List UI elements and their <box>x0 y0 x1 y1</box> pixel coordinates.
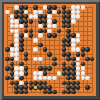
white-stone <box>38 71 43 76</box>
white-stone <box>71 19 76 24</box>
black-stone <box>24 24 29 29</box>
black-stone <box>24 5 29 10</box>
black-stone <box>71 71 76 76</box>
white-stone <box>76 14 81 19</box>
black-stone <box>76 85 81 90</box>
last-move-marker <box>34 86 36 88</box>
white-stone <box>71 5 76 10</box>
black-stone <box>5 76 10 81</box>
white-stone <box>5 10 10 15</box>
black-stone <box>81 52 86 57</box>
black-stone <box>19 76 24 81</box>
black-stone <box>33 5 38 10</box>
black-stone <box>29 19 34 24</box>
white-stone <box>85 76 90 81</box>
grid-line <box>59 7 60 92</box>
black-stone <box>71 76 76 81</box>
white-stone <box>71 38 76 43</box>
black-stone <box>47 66 52 71</box>
black-stone <box>85 47 90 52</box>
black-stone <box>47 52 52 57</box>
black-stone <box>52 5 57 10</box>
black-stone <box>38 43 43 48</box>
star-point <box>49 49 51 51</box>
black-stone <box>62 5 67 10</box>
go-board-frame <box>0 0 100 100</box>
black-stone <box>66 24 71 29</box>
grid-line <box>92 7 93 92</box>
white-stone <box>38 24 43 29</box>
black-stone <box>5 66 10 71</box>
white-stone <box>33 47 38 52</box>
black-stone <box>38 85 43 90</box>
white-stone <box>52 24 57 29</box>
white-stone <box>76 71 81 76</box>
white-stone <box>24 33 29 38</box>
black-stone <box>24 90 29 95</box>
white-stone <box>76 5 81 10</box>
black-stone <box>52 57 57 62</box>
white-stone <box>38 57 43 62</box>
black-stone <box>43 71 48 76</box>
black-stone <box>57 10 62 15</box>
black-stone <box>85 85 90 90</box>
white-stone <box>81 71 86 76</box>
white-stone <box>19 24 24 29</box>
white-stone <box>76 38 81 43</box>
black-stone <box>57 29 62 34</box>
white-stone <box>57 71 62 76</box>
black-stone <box>52 62 57 67</box>
white-stone <box>76 57 81 62</box>
white-stone <box>52 76 57 81</box>
black-stone <box>19 90 24 95</box>
star-point <box>77 21 79 23</box>
white-stone <box>14 57 19 62</box>
black-stone <box>43 47 48 52</box>
white-stone <box>38 76 43 81</box>
white-stone <box>81 5 86 10</box>
black-stone <box>52 33 57 38</box>
black-stone <box>71 90 76 95</box>
white-stone <box>38 33 43 38</box>
go-board[interactable] <box>4 4 96 96</box>
black-stone <box>71 57 76 62</box>
black-stone <box>29 33 34 38</box>
black-stone <box>24 57 29 62</box>
white-stone <box>76 76 81 81</box>
black-stone <box>24 19 29 24</box>
black-stone <box>24 71 29 76</box>
black-stone <box>90 57 95 62</box>
black-stone <box>19 47 24 52</box>
black-stone <box>19 38 24 43</box>
white-stone <box>33 38 38 43</box>
black-stone <box>5 57 10 62</box>
black-stone <box>5 47 10 52</box>
white-stone <box>71 47 76 52</box>
black-stone <box>52 90 57 95</box>
